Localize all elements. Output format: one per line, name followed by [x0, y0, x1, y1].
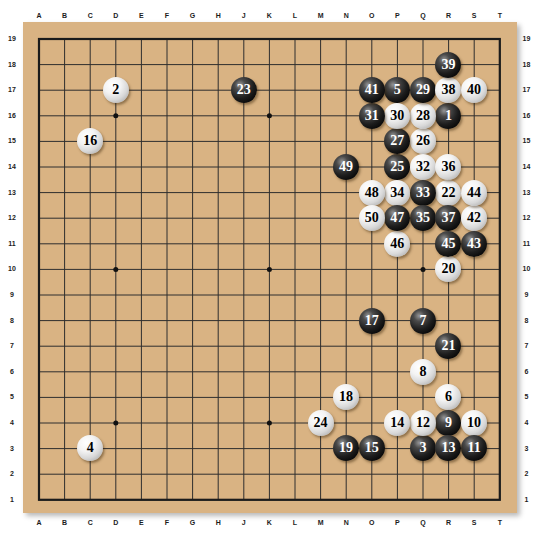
- left-row-label-11: 11: [2, 239, 22, 249]
- right-row-label-11: 11: [517, 239, 536, 249]
- bottom-col-label-T: T: [487, 518, 513, 528]
- stone-28-Q16[interactable]: 28: [410, 103, 436, 129]
- top-col-label-R: R: [436, 11, 462, 21]
- bottom-col-label-R: R: [436, 518, 462, 528]
- stone-42-S12[interactable]: 42: [461, 205, 487, 231]
- left-row-label-18: 18: [2, 60, 22, 70]
- stone-43-S11[interactable]: 43: [461, 231, 487, 257]
- right-row-label-15: 15: [517, 136, 536, 146]
- right-row-label-12: 12: [517, 213, 536, 223]
- stone-40-S17[interactable]: 40: [461, 77, 487, 103]
- right-row-label-9: 9: [517, 290, 536, 300]
- stone-30-P16[interactable]: 30: [384, 103, 410, 129]
- right-row-label-18: 18: [517, 60, 536, 70]
- top-col-label-F: F: [154, 11, 180, 21]
- bottom-col-label-H: H: [205, 518, 231, 528]
- top-col-label-A: A: [26, 11, 52, 21]
- stone-44-S13[interactable]: 44: [461, 180, 487, 206]
- right-row-label-5: 5: [517, 392, 536, 402]
- stone-19-N3[interactable]: 19: [333, 435, 359, 461]
- right-row-label-1: 1: [517, 495, 536, 505]
- stone-25-P14[interactable]: 25: [384, 154, 410, 180]
- stone-26-Q15[interactable]: 26: [410, 128, 436, 154]
- bottom-col-label-Q: Q: [410, 518, 436, 528]
- stone-8-Q6[interactable]: 8: [410, 359, 436, 385]
- stone-13-R3[interactable]: 13: [435, 435, 461, 461]
- right-row-label-2: 2: [517, 469, 536, 479]
- board-grid[interactable]: 1234567891011121314151617181920212223242…: [26, 26, 512, 512]
- top-col-label-B: B: [52, 11, 78, 21]
- stone-1-R16[interactable]: 1: [435, 103, 461, 129]
- right-row-label-13: 13: [517, 188, 536, 198]
- stone-15-O3[interactable]: 15: [359, 435, 385, 461]
- top-col-label-Q: Q: [410, 11, 436, 21]
- bottom-col-label-L: L: [282, 518, 308, 528]
- stone-20-R10[interactable]: 20: [435, 256, 461, 282]
- left-row-label-3: 3: [2, 444, 22, 454]
- bottom-col-label-E: E: [129, 518, 155, 528]
- stone-14-P4[interactable]: 14: [384, 410, 410, 436]
- top-col-label-T: T: [487, 11, 513, 21]
- left-row-label-19: 19: [2, 34, 22, 44]
- bottom-col-label-J: J: [231, 518, 257, 528]
- top-col-label-S: S: [461, 11, 487, 21]
- bottom-col-label-D: D: [103, 518, 129, 528]
- stone-39-R18[interactable]: 39: [435, 52, 461, 78]
- stone-16-C15[interactable]: 16: [77, 128, 103, 154]
- top-col-label-L: L: [282, 11, 308, 21]
- left-row-label-15: 15: [2, 136, 22, 146]
- stone-46-P11[interactable]: 46: [384, 231, 410, 257]
- stone-21-R7[interactable]: 21: [435, 333, 461, 359]
- stone-32-Q14[interactable]: 32: [410, 154, 436, 180]
- right-row-label-4: 4: [517, 418, 536, 428]
- stone-29-Q17[interactable]: 29: [410, 77, 436, 103]
- left-row-label-7: 7: [2, 341, 22, 351]
- bottom-col-label-O: O: [359, 518, 385, 528]
- bottom-col-label-G: G: [180, 518, 206, 528]
- left-row-label-16: 16: [2, 111, 22, 121]
- left-row-label-8: 8: [2, 316, 22, 326]
- bottom-col-label-P: P: [385, 518, 411, 528]
- top-col-label-D: D: [103, 11, 129, 21]
- left-row-label-4: 4: [2, 418, 22, 428]
- right-row-label-19: 19: [517, 34, 536, 44]
- go-kifu-diagram: { "game": "Go (weiqi/baduk) 19x19 number…: [0, 0, 540, 540]
- left-row-label-12: 12: [2, 213, 22, 223]
- bottom-col-label-S: S: [461, 518, 487, 528]
- stone-12-Q4[interactable]: 12: [410, 410, 436, 436]
- stone-35-Q12[interactable]: 35: [410, 205, 436, 231]
- bottom-col-label-F: F: [154, 518, 180, 528]
- stone-17-O8[interactable]: 17: [359, 308, 385, 334]
- left-row-label-5: 5: [2, 392, 22, 402]
- left-row-label-17: 17: [2, 85, 22, 95]
- stone-47-P12[interactable]: 47: [384, 205, 410, 231]
- right-row-label-10: 10: [517, 264, 536, 274]
- stone-6-R5[interactable]: 6: [435, 384, 461, 410]
- top-col-label-P: P: [385, 11, 411, 21]
- bottom-col-label-N: N: [333, 518, 359, 528]
- stone-33-Q13[interactable]: 33: [410, 180, 436, 206]
- stone-7-Q8[interactable]: 7: [410, 308, 436, 334]
- stone-3-Q3[interactable]: 3: [410, 435, 436, 461]
- right-row-label-3: 3: [517, 444, 536, 454]
- stone-10-S4[interactable]: 10: [461, 410, 487, 436]
- left-row-label-6: 6: [2, 367, 22, 377]
- right-row-label-17: 17: [517, 85, 536, 95]
- right-row-label-7: 7: [517, 341, 536, 351]
- left-row-label-9: 9: [2, 290, 22, 300]
- left-row-label-2: 2: [2, 469, 22, 479]
- right-row-label-6: 6: [517, 367, 536, 377]
- top-col-label-H: H: [205, 11, 231, 21]
- top-col-label-C: C: [77, 11, 103, 21]
- bottom-col-label-A: A: [26, 518, 52, 528]
- stone-9-R4[interactable]: 9: [435, 410, 461, 436]
- left-row-label-13: 13: [2, 188, 22, 198]
- stone-48-O13[interactable]: 48: [359, 180, 385, 206]
- left-row-label-1: 1: [2, 495, 22, 505]
- stone-11-S3[interactable]: 11: [461, 435, 487, 461]
- stone-4-C3[interactable]: 4: [77, 435, 103, 461]
- bottom-col-label-K: K: [257, 518, 283, 528]
- left-row-label-14: 14: [2, 162, 22, 172]
- top-col-label-N: N: [333, 11, 359, 21]
- top-col-label-O: O: [359, 11, 385, 21]
- bottom-col-label-B: B: [52, 518, 78, 528]
- stone-18-N5[interactable]: 18: [333, 384, 359, 410]
- stone-45-R11[interactable]: 45: [435, 231, 461, 257]
- stone-5-P17[interactable]: 5: [384, 77, 410, 103]
- stone-31-O16[interactable]: 31: [359, 103, 385, 129]
- right-row-label-8: 8: [517, 316, 536, 326]
- stone-37-R12[interactable]: 37: [435, 205, 461, 231]
- top-col-label-E: E: [129, 11, 155, 21]
- stone-41-O17[interactable]: 41: [359, 77, 385, 103]
- stone-27-P15[interactable]: 27: [384, 128, 410, 154]
- top-col-label-G: G: [180, 11, 206, 21]
- top-col-label-K: K: [257, 11, 283, 21]
- right-row-label-16: 16: [517, 111, 536, 121]
- right-row-label-14: 14: [517, 162, 536, 172]
- stone-49-N14[interactable]: 49: [333, 154, 359, 180]
- bottom-col-label-M: M: [308, 518, 334, 528]
- stone-50-O12[interactable]: 50: [359, 205, 385, 231]
- stone-34-P13[interactable]: 34: [384, 180, 410, 206]
- bottom-col-label-C: C: [77, 518, 103, 528]
- top-col-label-M: M: [308, 11, 334, 21]
- left-row-label-10: 10: [2, 264, 22, 274]
- top-col-label-J: J: [231, 11, 257, 21]
- stone-23-J17[interactable]: 23: [231, 77, 257, 103]
- stone-22-R13[interactable]: 22: [435, 180, 461, 206]
- stone-36-R14[interactable]: 36: [435, 154, 461, 180]
- stone-2-D17[interactable]: 2: [103, 77, 129, 103]
- stone-38-R17[interactable]: 38: [435, 77, 461, 103]
- stone-24-M4[interactable]: 24: [308, 410, 334, 436]
